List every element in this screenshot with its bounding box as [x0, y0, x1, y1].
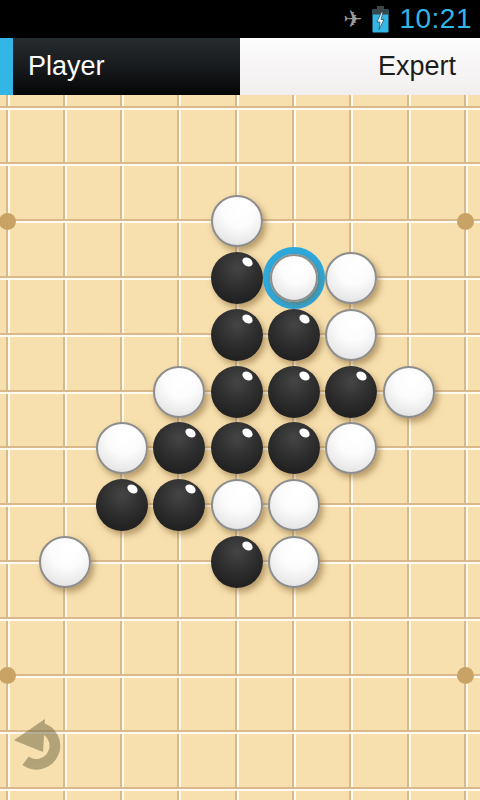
stone-black: [211, 366, 263, 418]
stone-white: [268, 479, 320, 531]
last-move-highlight-ring: [263, 247, 325, 309]
star-point: [0, 667, 16, 684]
stone-white: [39, 536, 91, 588]
tab-expert[interactable]: Expert: [240, 38, 480, 95]
airplane-mode-icon: ✈: [343, 8, 362, 31]
stone-white: [153, 366, 205, 418]
tab-bar: Player Expert: [0, 38, 480, 95]
stone-white: [383, 366, 435, 418]
stone-black: [211, 252, 263, 304]
tab-expert-label: Expert: [378, 51, 456, 82]
undo-arrow-icon: [10, 715, 80, 787]
stone-black: [96, 479, 148, 531]
stone-black: [211, 536, 263, 588]
status-bar: ✈ 10:21: [0, 0, 480, 38]
tab-player-label: Player: [28, 51, 105, 82]
star-point: [457, 667, 474, 684]
stone-black: [268, 366, 320, 418]
stone-white: [211, 195, 263, 247]
stone-white: [325, 422, 377, 474]
tab-player[interactable]: Player: [0, 38, 240, 95]
stone-white: [270, 254, 318, 302]
grid-line: [0, 106, 480, 110]
stone-white: [211, 479, 263, 531]
battery-charging-icon: [372, 6, 389, 33]
star-point: [0, 213, 16, 230]
gomoku-board[interactable]: [0, 95, 480, 800]
stone-black: [325, 366, 377, 418]
grid-line: [0, 162, 480, 166]
stone-black: [268, 422, 320, 474]
active-tab-indicator: [0, 38, 13, 95]
stone-black: [268, 309, 320, 361]
status-time: 10:21: [399, 3, 472, 35]
stone-white: [96, 422, 148, 474]
stone-black: [153, 422, 205, 474]
grid-line: [0, 617, 480, 621]
stone-white: [325, 252, 377, 304]
stone-white: [325, 309, 377, 361]
stone-white: [268, 536, 320, 588]
undo-button[interactable]: [8, 714, 82, 790]
stone-black: [211, 309, 263, 361]
app-screen: ✈ 10:21 Player Expert: [0, 0, 480, 800]
star-point: [457, 213, 474, 230]
grid-line: [0, 674, 480, 678]
stone-black: [153, 479, 205, 531]
stone-black: [211, 422, 263, 474]
